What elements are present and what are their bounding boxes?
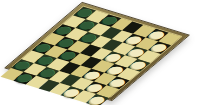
board-grid: ●●●●●●●●●●●●●●●●●●●●●●●● — [11, 6, 182, 97]
checkers-board: ●●●●●●●●●●●●●●●●●●●●●●●● — [4, 2, 190, 101]
photo-background: ●●●●●●●●●●●●●●●●●●●●●●●● — [0, 0, 200, 105]
